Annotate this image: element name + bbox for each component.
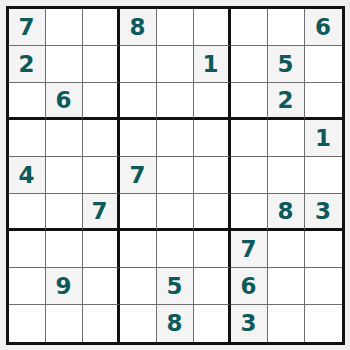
cell-r7c2[interactable]: [46, 231, 83, 268]
cell-r8c2: 9: [46, 268, 83, 305]
cell-r1c5[interactable]: [157, 9, 194, 46]
cell-r3c1[interactable]: [9, 83, 46, 120]
cell-r4c2[interactable]: [46, 120, 83, 157]
sudoku-board: 78621562147783795683: [6, 6, 345, 345]
cell-r8c9[interactable]: [305, 268, 342, 305]
cell-r8c7: 6: [231, 268, 268, 305]
cell-r5c1: 4: [9, 157, 46, 194]
cell-r6c6[interactable]: [194, 194, 231, 231]
cell-r7c3[interactable]: [83, 231, 120, 268]
cell-r1c4: 8: [120, 9, 157, 46]
cell-r2c5[interactable]: [157, 46, 194, 83]
cell-r4c8[interactable]: [268, 120, 305, 157]
cell-r1c3[interactable]: [83, 9, 120, 46]
cell-r3c9[interactable]: [305, 83, 342, 120]
cell-r3c5[interactable]: [157, 83, 194, 120]
cell-r6c1[interactable]: [9, 194, 46, 231]
cell-r6c5[interactable]: [157, 194, 194, 231]
cell-r1c2[interactable]: [46, 9, 83, 46]
cell-r1c7[interactable]: [231, 9, 268, 46]
cell-r7c4[interactable]: [120, 231, 157, 268]
cell-r2c9[interactable]: [305, 46, 342, 83]
cell-r1c1: 7: [9, 9, 46, 46]
cell-r9c2[interactable]: [46, 305, 83, 342]
cell-r4c4[interactable]: [120, 120, 157, 157]
cell-r7c7: 7: [231, 231, 268, 268]
cell-r3c7[interactable]: [231, 83, 268, 120]
cell-r6c4[interactable]: [120, 194, 157, 231]
cell-r9c9[interactable]: [305, 305, 342, 342]
cell-r9c4[interactable]: [120, 305, 157, 342]
cell-r9c8[interactable]: [268, 305, 305, 342]
cell-r7c1[interactable]: [9, 231, 46, 268]
cell-r1c8[interactable]: [268, 9, 305, 46]
cell-r4c6[interactable]: [194, 120, 231, 157]
cell-r4c5[interactable]: [157, 120, 194, 157]
cell-r2c2[interactable]: [46, 46, 83, 83]
cell-r5c7[interactable]: [231, 157, 268, 194]
cell-r4c1[interactable]: [9, 120, 46, 157]
cell-r9c6[interactable]: [194, 305, 231, 342]
cell-r3c2: 6: [46, 83, 83, 120]
cell-r8c4[interactable]: [120, 268, 157, 305]
cell-r6c8: 8: [268, 194, 305, 231]
cell-r2c6: 1: [194, 46, 231, 83]
cell-r3c4[interactable]: [120, 83, 157, 120]
cell-r6c7[interactable]: [231, 194, 268, 231]
cell-r2c8: 5: [268, 46, 305, 83]
cell-r9c5: 8: [157, 305, 194, 342]
cell-r5c8[interactable]: [268, 157, 305, 194]
cell-r6c2[interactable]: [46, 194, 83, 231]
cell-r2c4[interactable]: [120, 46, 157, 83]
cell-r5c3[interactable]: [83, 157, 120, 194]
cell-r2c3[interactable]: [83, 46, 120, 83]
cell-r2c7[interactable]: [231, 46, 268, 83]
cell-r7c6[interactable]: [194, 231, 231, 268]
cell-r9c3[interactable]: [83, 305, 120, 342]
cell-r5c6[interactable]: [194, 157, 231, 194]
cell-r4c9: 1: [305, 120, 342, 157]
cell-r4c7[interactable]: [231, 120, 268, 157]
cell-r5c5[interactable]: [157, 157, 194, 194]
cell-r7c5[interactable]: [157, 231, 194, 268]
cell-r7c8[interactable]: [268, 231, 305, 268]
cell-r9c7: 3: [231, 305, 268, 342]
cell-r3c8: 2: [268, 83, 305, 120]
cell-r3c3[interactable]: [83, 83, 120, 120]
cell-r4c3[interactable]: [83, 120, 120, 157]
cell-r5c9[interactable]: [305, 157, 342, 194]
cell-r6c9: 3: [305, 194, 342, 231]
cell-r7c9[interactable]: [305, 231, 342, 268]
cell-r3c6[interactable]: [194, 83, 231, 120]
cell-r1c9: 6: [305, 9, 342, 46]
cell-r9c1[interactable]: [9, 305, 46, 342]
cell-r8c6[interactable]: [194, 268, 231, 305]
cell-r5c4: 7: [120, 157, 157, 194]
cell-r5c2[interactable]: [46, 157, 83, 194]
cell-r8c3[interactable]: [83, 268, 120, 305]
cell-r2c1: 2: [9, 46, 46, 83]
cell-r8c1[interactable]: [9, 268, 46, 305]
cell-r1c6[interactable]: [194, 9, 231, 46]
cell-r8c5: 5: [157, 268, 194, 305]
cell-r8c8[interactable]: [268, 268, 305, 305]
cell-r6c3: 7: [83, 194, 120, 231]
